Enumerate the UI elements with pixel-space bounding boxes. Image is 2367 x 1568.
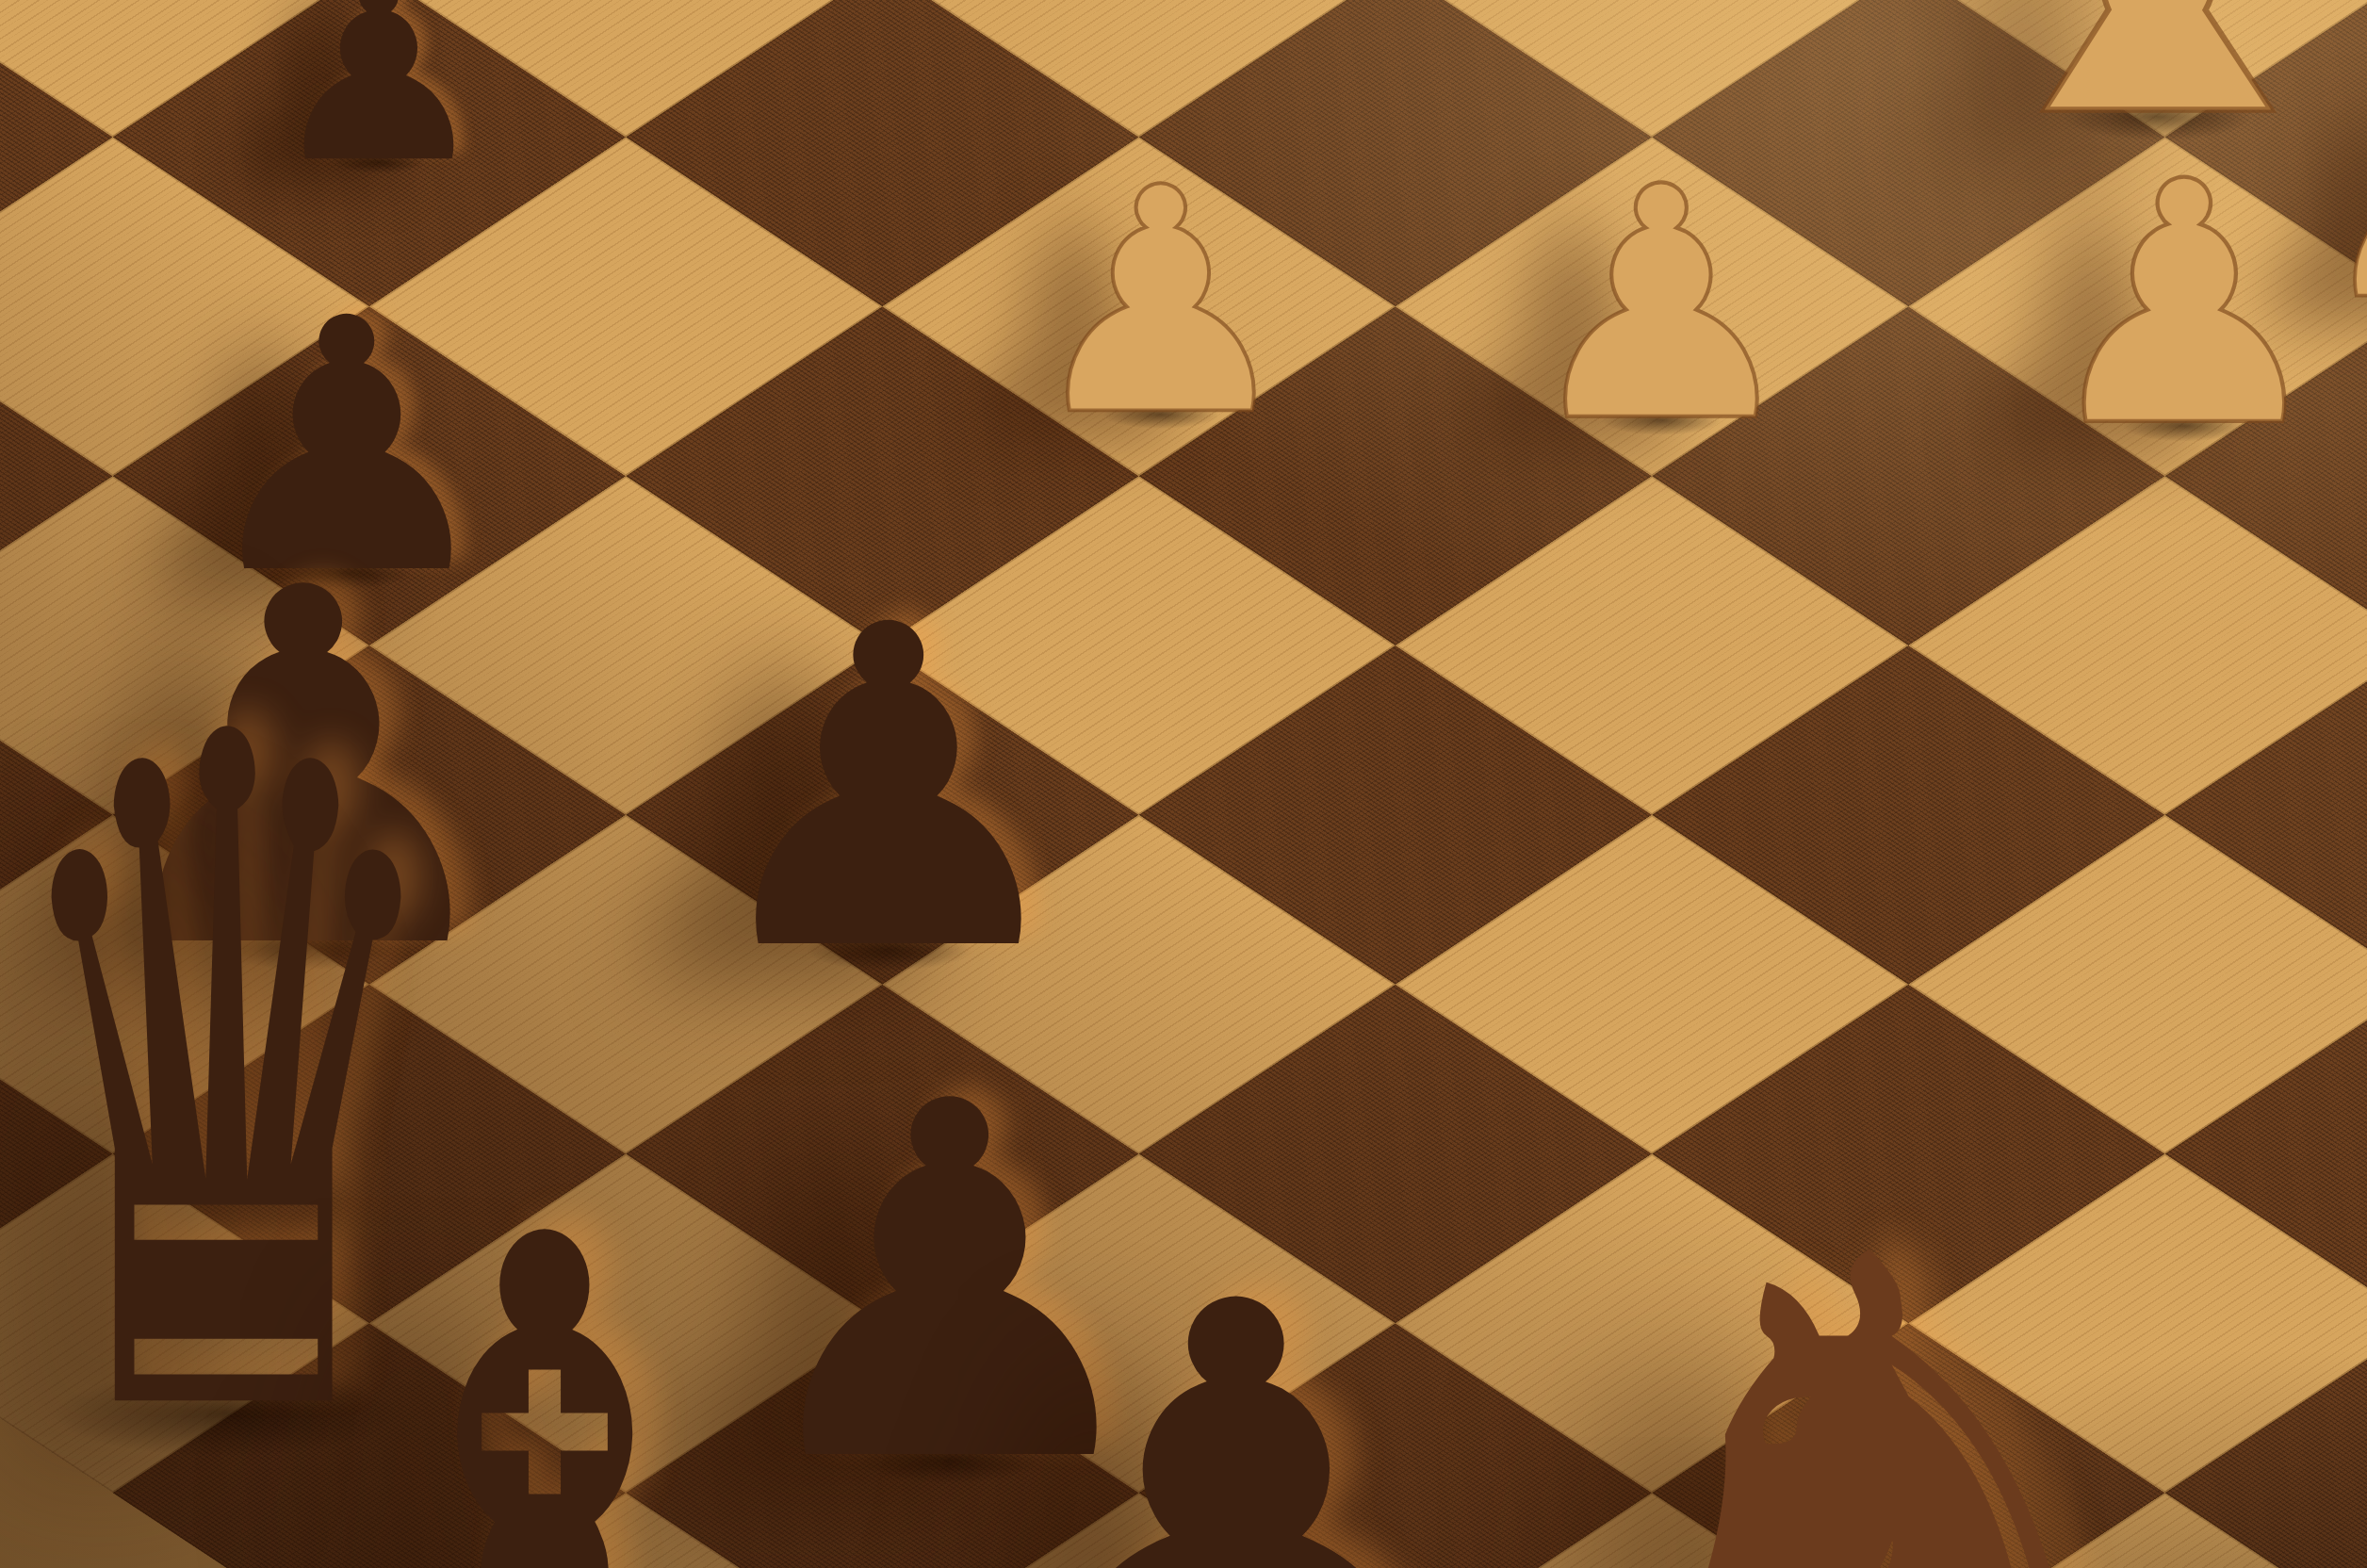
- piece-black-pawn-b2[interactable]: ♟: [966, 1227, 1507, 1568]
- piece-black-pawn-c5[interactable]: ♟: [690, 569, 1086, 1012]
- chessboard-photo: ♟♟♟♟♛♝♟♟♞♟♟♟♝♟: [0, 0, 2367, 1568]
- piece-white-pawn-e6[interactable]: ♟: [1021, 147, 1300, 458]
- piece-white-pawn-f5[interactable]: ♟: [1518, 145, 1805, 465]
- piece-white-pawn-g4[interactable]: ♟: [2034, 139, 2334, 473]
- piece-black-bishop-a4[interactable]: ♝: [294, 1146, 794, 1568]
- piece-black-knight-c1[interactable]: ♞: [1587, 1164, 2193, 1568]
- piece-black-pawn-d8[interactable]: ♟: [267, 0, 491, 197]
